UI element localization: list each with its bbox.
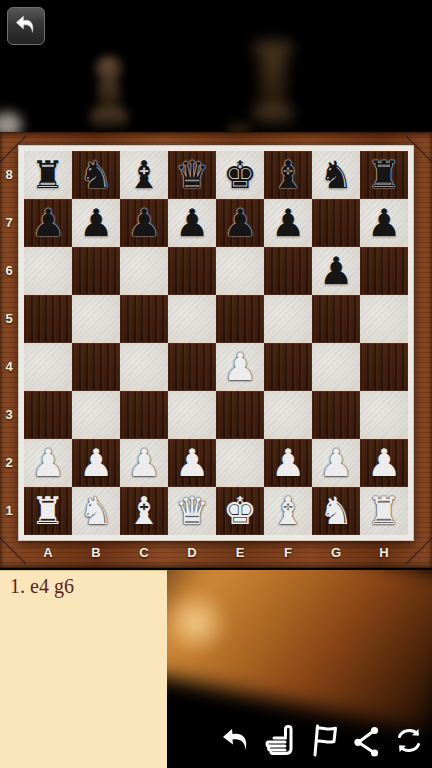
back-arrow-icon — [13, 12, 39, 41]
square-b4[interactable] — [72, 343, 120, 391]
square-d3[interactable] — [168, 391, 216, 439]
square-c5[interactable] — [120, 295, 168, 343]
hand-icon[interactable] — [259, 716, 301, 764]
square-d8[interactable]: ♛ — [168, 151, 216, 199]
white-knight-g1[interactable]: ♞ — [319, 487, 353, 535]
square-g3[interactable] — [312, 391, 360, 439]
rank-label-4: 4 — [0, 343, 18, 391]
blurred-rook-decor — [250, 40, 296, 134]
black-pawn-e7[interactable]: ♟ — [223, 199, 257, 247]
rank-labels: 87654321 — [0, 151, 18, 535]
square-f2[interactable]: ♟ — [264, 439, 312, 487]
square-d5[interactable] — [168, 295, 216, 343]
square-a3[interactable] — [24, 391, 72, 439]
square-b7[interactable]: ♟ — [72, 199, 120, 247]
file-label-e: E — [216, 541, 264, 565]
square-f3[interactable] — [264, 391, 312, 439]
square-a6[interactable] — [24, 247, 72, 295]
undo-icon[interactable] — [216, 716, 258, 764]
rank-label-8: 8 — [0, 151, 18, 199]
action-bar — [216, 716, 430, 764]
square-h8[interactable]: ♜ — [360, 151, 408, 199]
square-a4[interactable] — [24, 343, 72, 391]
square-a2[interactable]: ♟ — [24, 439, 72, 487]
rank-label-7: 7 — [0, 199, 18, 247]
square-f5[interactable] — [264, 295, 312, 343]
square-h7[interactable]: ♟ — [360, 199, 408, 247]
square-e2[interactable] — [216, 439, 264, 487]
square-h5[interactable] — [360, 295, 408, 343]
white-rook-h1[interactable]: ♜ — [367, 487, 401, 535]
file-label-g: G — [312, 541, 360, 565]
black-rook-a8[interactable]: ♜ — [31, 151, 65, 199]
square-d6[interactable] — [168, 247, 216, 295]
black-bishop-f8[interactable]: ♝ — [271, 151, 305, 199]
black-pawn-g6[interactable]: ♟ — [319, 247, 353, 295]
square-h1[interactable]: ♜ — [360, 487, 408, 535]
black-pawn-b7[interactable]: ♟ — [79, 199, 113, 247]
black-pawn-f7[interactable]: ♟ — [271, 199, 305, 247]
file-label-c: C — [120, 541, 168, 565]
square-b6[interactable] — [72, 247, 120, 295]
square-a8[interactable]: ♜ — [24, 151, 72, 199]
square-f6[interactable] — [264, 247, 312, 295]
black-king-e8[interactable]: ♚ — [223, 151, 257, 199]
square-e8[interactable]: ♚ — [216, 151, 264, 199]
file-label-f: F — [264, 541, 312, 565]
square-c4[interactable] — [120, 343, 168, 391]
black-rook-h8[interactable]: ♜ — [367, 151, 401, 199]
white-bishop-f1[interactable]: ♝ — [271, 487, 305, 535]
board-frame: ♜♞♝♛♚♝♞♜♟♟♟♟♟♟♟♟♟♟♟♟♟♟♟♟♜♞♝♛♚♝♞♜ — [18, 145, 414, 541]
black-bishop-c8[interactable]: ♝ — [127, 151, 161, 199]
square-e7[interactable]: ♟ — [216, 199, 264, 247]
square-a5[interactable] — [24, 295, 72, 343]
square-c7[interactable]: ♟ — [120, 199, 168, 247]
square-d2[interactable]: ♟ — [168, 439, 216, 487]
square-b1[interactable]: ♞ — [72, 487, 120, 535]
flag-icon[interactable] — [302, 716, 344, 764]
white-pawn-g2[interactable]: ♟ — [319, 439, 353, 487]
blurred-pawn-decor — [88, 56, 130, 134]
white-pawn-h2[interactable]: ♟ — [367, 439, 401, 487]
square-c1[interactable]: ♝ — [120, 487, 168, 535]
file-label-a: A — [24, 541, 72, 565]
square-h6[interactable] — [360, 247, 408, 295]
square-h3[interactable] — [360, 391, 408, 439]
replay-icon[interactable] — [388, 716, 430, 764]
black-knight-g8[interactable]: ♞ — [319, 151, 353, 199]
square-d7[interactable]: ♟ — [168, 199, 216, 247]
back-button[interactable] — [7, 7, 45, 45]
square-g5[interactable] — [312, 295, 360, 343]
square-e6[interactable] — [216, 247, 264, 295]
file-label-h: H — [360, 541, 408, 565]
square-d4[interactable] — [168, 343, 216, 391]
rank-label-1: 1 — [0, 487, 18, 535]
black-pawn-h7[interactable]: ♟ — [367, 199, 401, 247]
file-label-b: B — [72, 541, 120, 565]
square-b3[interactable] — [72, 391, 120, 439]
move-list-panel[interactable]: 1. e4 g6 — [0, 570, 167, 768]
square-g1[interactable]: ♞ — [312, 487, 360, 535]
square-e3[interactable] — [216, 391, 264, 439]
square-f4[interactable] — [264, 343, 312, 391]
square-g6[interactable]: ♟ — [312, 247, 360, 295]
share-icon[interactable] — [345, 716, 387, 764]
white-pawn-f2[interactable]: ♟ — [271, 439, 305, 487]
square-a7[interactable]: ♟ — [24, 199, 72, 247]
square-c6[interactable] — [120, 247, 168, 295]
square-e5[interactable] — [216, 295, 264, 343]
white-king-e1[interactable]: ♚ — [223, 487, 257, 535]
square-b8[interactable]: ♞ — [72, 151, 120, 199]
square-c2[interactable]: ♟ — [120, 439, 168, 487]
square-e1[interactable]: ♚ — [216, 487, 264, 535]
square-f7[interactable]: ♟ — [264, 199, 312, 247]
rank-label-3: 3 — [0, 391, 18, 439]
white-pawn-a2[interactable]: ♟ — [31, 439, 65, 487]
black-knight-b8[interactable]: ♞ — [79, 151, 113, 199]
black-pawn-c7[interactable]: ♟ — [127, 199, 161, 247]
square-g7[interactable] — [312, 199, 360, 247]
square-e4[interactable]: ♟ — [216, 343, 264, 391]
move-list-text: 1. e4 g6 — [10, 575, 167, 598]
white-bishop-c1[interactable]: ♝ — [127, 487, 161, 535]
black-pawn-d7[interactable]: ♟ — [175, 199, 209, 247]
file-label-d: D — [168, 541, 216, 565]
square-f8[interactable]: ♝ — [264, 151, 312, 199]
rank-label-2: 2 — [0, 439, 18, 487]
black-queen-d8[interactable]: ♛ — [175, 151, 209, 199]
square-f1[interactable]: ♝ — [264, 487, 312, 535]
white-knight-b1[interactable]: ♞ — [79, 487, 113, 535]
square-d1[interactable]: ♛ — [168, 487, 216, 535]
square-b2[interactable]: ♟ — [72, 439, 120, 487]
white-queen-d1[interactable]: ♛ — [175, 487, 209, 535]
rank-label-6: 6 — [0, 247, 18, 295]
black-pawn-a7[interactable]: ♟ — [31, 199, 65, 247]
square-h2[interactable]: ♟ — [360, 439, 408, 487]
square-c3[interactable] — [120, 391, 168, 439]
file-labels: ABCDEFGH — [24, 541, 408, 565]
white-pawn-e4[interactable]: ♟ — [223, 343, 257, 391]
white-pawn-b2[interactable]: ♟ — [79, 439, 113, 487]
rank-label-5: 5 — [0, 295, 18, 343]
square-a1[interactable]: ♜ — [24, 487, 72, 535]
square-g2[interactable]: ♟ — [312, 439, 360, 487]
square-c8[interactable]: ♝ — [120, 151, 168, 199]
white-rook-a1[interactable]: ♜ — [31, 487, 65, 535]
square-g4[interactable] — [312, 343, 360, 391]
square-h4[interactable] — [360, 343, 408, 391]
white-pawn-d2[interactable]: ♟ — [175, 439, 209, 487]
white-pawn-c2[interactable]: ♟ — [127, 439, 161, 487]
square-b5[interactable] — [72, 295, 120, 343]
chess-board[interactable]: ♜♞♝♛♚♝♞♜♟♟♟♟♟♟♟♟♟♟♟♟♟♟♟♟♜♞♝♛♚♝♞♜ — [24, 151, 408, 535]
square-g8[interactable]: ♞ — [312, 151, 360, 199]
